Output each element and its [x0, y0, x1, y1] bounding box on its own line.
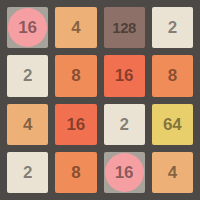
tile-r1c1-8: 8	[55, 55, 96, 96]
tile-r3c2-16: 16	[104, 152, 145, 193]
tile-value: 16	[115, 67, 134, 84]
tile-r2c2-2: 2	[104, 104, 145, 145]
tile-value: 16	[18, 19, 37, 36]
tile-r1c0-2: 2	[7, 55, 48, 96]
tile-value: 64	[163, 116, 182, 133]
tile-value: 16	[66, 116, 85, 133]
tile-r1c2-16: 16	[104, 55, 145, 96]
tile-value: 2	[119, 116, 128, 133]
tile-value: 2	[23, 164, 32, 181]
tile-value: 16	[115, 164, 134, 181]
merge-highlight-circle: 16	[8, 8, 47, 47]
tile-value: 8	[71, 67, 80, 84]
tile-r0c3-2: 2	[152, 7, 193, 48]
tile-r3c0-2: 2	[7, 152, 48, 193]
tile-r0c0-16: 16	[7, 7, 48, 48]
tile-r2c3-64: 64	[152, 104, 193, 145]
tile-r2c1-16: 16	[55, 104, 96, 145]
tile-value: 4	[168, 164, 177, 181]
tile-r3c3-4: 4	[152, 152, 193, 193]
tile-r2c0-4: 4	[7, 104, 48, 145]
tile-r3c1-8: 8	[55, 152, 96, 193]
tile-value: 8	[168, 67, 177, 84]
tile-value: 2	[168, 19, 177, 36]
tile-value: 4	[23, 116, 32, 133]
tile-r1c3-8: 8	[152, 55, 193, 96]
tile-value: 128	[112, 20, 136, 35]
tile-r0c2-128: 128	[104, 7, 145, 48]
tile-value: 8	[71, 164, 80, 181]
2048-board[interactable]: 16412822816841626428164	[0, 0, 200, 200]
tile-value: 4	[71, 19, 80, 36]
merge-highlight-circle: 16	[105, 153, 144, 192]
tile-value: 2	[23, 67, 32, 84]
tile-r0c1-4: 4	[55, 7, 96, 48]
